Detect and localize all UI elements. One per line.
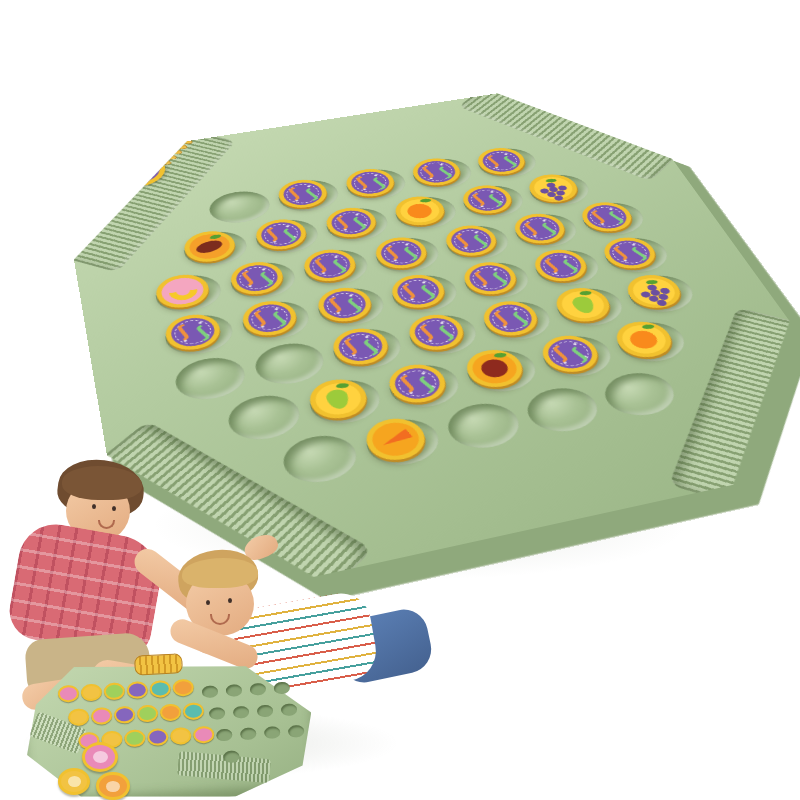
token-tangerine[interactable] [390,193,450,228]
yellow-chip [143,128,195,147]
banana-fruit-icon [163,279,203,303]
token-face-down[interactable]: ʃʃ [387,271,451,312]
tangerine-fruit-icon [405,202,435,220]
board-hole: ʃʃ [313,284,390,330]
token-face-down[interactable]: ʃʃ [576,199,639,235]
boy1-eye [92,504,96,509]
board-hole [441,398,527,454]
token-art [106,781,120,792]
token-face-down[interactable]: ʃʃ [275,177,332,211]
scattered-token[interactable] [82,742,118,772]
token-face-down[interactable]: ʃʃ [458,259,522,299]
pear-fruit-icon [569,295,597,315]
yellow-chip [170,103,221,121]
board-hole [609,318,693,367]
board-hole [390,193,462,233]
board-hole: ʃʃ [528,246,606,289]
yellow-chip [149,123,201,142]
token-face-down[interactable]: ʃʃ [383,360,451,407]
token-face-down[interactable]: ʃʃ [509,210,572,247]
plum-fruit-icon [478,357,511,379]
board-hole: ʃʃ [321,205,393,245]
token-face-down[interactable]: ʃʃ [252,216,310,253]
board-hole: ʃʃ [227,258,300,302]
yellow-chip [132,138,185,157]
board-hole [172,353,250,405]
token-face-down[interactable]: ʃʃ [328,325,393,369]
token-face-down[interactable]: ʃʃ [321,205,380,241]
board-hole [180,228,251,270]
board-hole: ʃʃ [299,246,373,289]
board-hole [620,271,701,316]
token-face-down[interactable]: ʃʃ [472,145,530,177]
scattered-token[interactable] [96,772,130,800]
board-hole: ʃʃ [162,311,237,359]
board-hole: ʃʃ [458,258,536,302]
board-hole [460,346,543,397]
token-face-down[interactable]: ʃʃ [477,297,544,339]
small-board-hole [274,682,291,695]
token-face-down[interactable]: ʃʃ [404,311,470,354]
token-face-down[interactable]: ʃʃ [371,234,432,272]
token-face-down[interactable]: ʃʃ [342,166,399,200]
board-hole: ʃʃ [509,210,584,251]
board-hole: ʃʃ [597,234,675,277]
token-face-down[interactable]: ʃʃ [457,182,517,217]
board-hole: ʃʃ [386,271,463,316]
token-face-down[interactable]: ʃʃ [535,332,605,377]
token-banana[interactable] [153,271,212,311]
token-face-down[interactable]: ʃʃ [528,246,593,285]
board-hole [152,271,225,316]
boy2-eye [206,600,210,605]
token-face-down[interactable]: ʃʃ [313,284,376,325]
board-hole [206,188,275,227]
boy1-eye [112,506,116,511]
grapes-fruit-icon [645,284,657,291]
token-face-down[interactable]: ʃʃ [408,155,466,188]
token-face-down[interactable]: ʃʃ [162,311,224,354]
boy1-fringe [62,466,142,500]
token-red-date[interactable] [181,228,239,266]
scattered-token[interactable] [58,768,90,795]
token-pear[interactable] [550,284,617,325]
board-hole: ʃʃ [342,166,411,204]
boy2-eye [228,598,232,603]
token-face-down[interactable]: ʃʃ [440,222,502,259]
board-hole: ʃʃ [274,177,343,215]
token-tangerine[interactable] [609,318,679,362]
yellow-chip [159,113,211,131]
token-face-down[interactable]: ʃʃ [227,258,287,298]
board-hole [550,284,631,330]
board-hole: ʃʃ [477,297,557,344]
grapes-fruit-icon [545,182,556,188]
board-hole: ʃʃ [383,360,466,412]
token-face-down[interactable]: ʃʃ [239,297,301,339]
board-hole: ʃʃ [457,182,529,221]
pear-fruit-icon [324,388,351,411]
product-photo: { "game": "fruit-memory-matching-chess (… [0,0,800,800]
board-hole [519,383,606,437]
red-date-fruit-icon [193,238,225,255]
token-grapes[interactable] [523,171,584,205]
back-dashed-ring [394,368,441,400]
board-hole: ʃʃ [251,216,322,257]
yellow-chip [138,133,191,152]
board-hole: ʃʃ [403,311,483,359]
board-hole: ʃʃ [238,297,314,344]
token-art [68,776,81,786]
token-face-down[interactable]: ʃʃ [300,246,361,285]
board-hole: ʃʃ [576,199,652,239]
token-art [93,751,108,763]
board-hole: ʃʃ [371,234,445,277]
token-grapes[interactable] [620,271,688,312]
board-hole [523,171,596,209]
yellow-chip [164,108,215,126]
board-hole [596,368,684,421]
tangerine-fruit-icon [626,328,661,350]
board-hole: ʃʃ [440,222,515,264]
yellow-chip [127,143,180,162]
board-hole: ʃʃ [472,145,542,181]
token-face-down[interactable]: ʃʃ [597,234,662,272]
board-hole [251,339,330,390]
boy2-fringe [182,558,258,588]
board-hole: ʃʃ [328,324,407,373]
yellow-chip [154,118,206,136]
board-hole: ʃʃ [408,155,478,192]
token-plum[interactable] [460,346,529,392]
yellow-chip [121,148,174,167]
board-hole: ʃʃ [535,332,619,382]
small-board-chip-stack[interactable] [134,653,183,675]
